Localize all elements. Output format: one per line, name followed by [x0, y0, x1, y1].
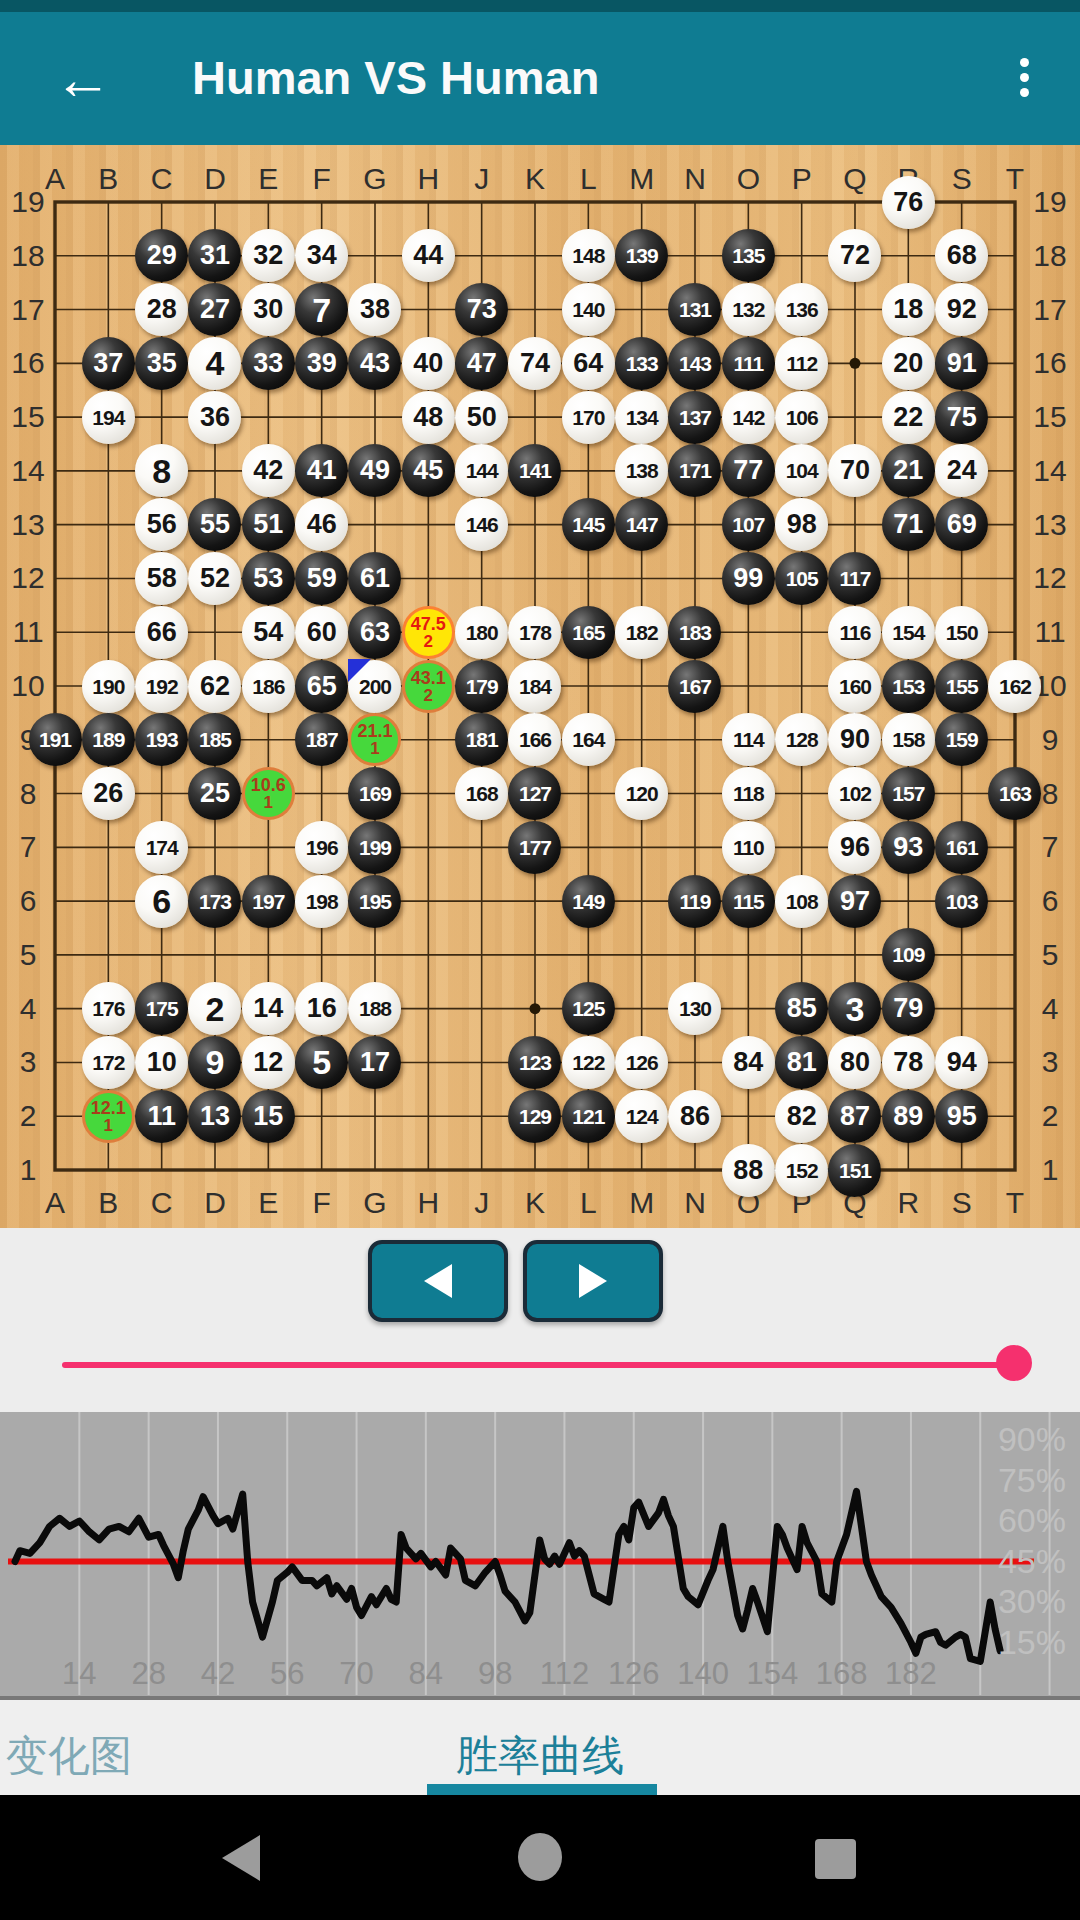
stone-O13: 107	[722, 498, 775, 551]
stone-G7: 199	[348, 821, 401, 874]
coord-label: 14	[1033, 454, 1066, 487]
coord-label: S	[952, 162, 972, 195]
x-tick-label: 56	[270, 1656, 304, 1691]
x-tick-label: 112	[540, 1656, 589, 1691]
coord-label: 6	[20, 884, 37, 917]
stone-N6: 119	[668, 875, 721, 928]
coord-label: 18	[11, 239, 44, 272]
coord-label: B	[98, 1186, 118, 1219]
coord-label: 5	[1042, 938, 1059, 971]
coord-label: 13	[11, 508, 44, 541]
next-move-button[interactable]	[523, 1240, 663, 1322]
stone-Q6: 97	[828, 875, 881, 928]
coord-label: 19	[11, 185, 44, 218]
stone-J16: 47	[455, 337, 508, 390]
stone-R17: 18	[882, 283, 935, 336]
stone-G11: 63	[348, 606, 401, 659]
stone-F17: 7	[295, 283, 348, 336]
coord-label: G	[363, 162, 386, 195]
stone-F12: 59	[295, 552, 348, 605]
coord-label: 7	[1042, 830, 1059, 863]
active-tab-indicator	[427, 1784, 657, 1795]
stone-H18: 44	[402, 229, 455, 282]
stone-T10: 162	[988, 660, 1041, 713]
app-screen: ← Human VS Human AA1919BB1818CC1717DD161…	[0, 0, 1080, 1920]
stone-O3: 84	[722, 1036, 775, 1089]
y-tick-label: 75%	[998, 1461, 1066, 1499]
nav-recents-icon[interactable]	[815, 1839, 856, 1879]
coord-label: H	[417, 162, 439, 195]
stone-C16: 35	[135, 337, 188, 390]
coord-label: N	[684, 162, 706, 195]
stone-H14: 45	[402, 444, 455, 497]
stone-O12: 99	[722, 552, 775, 605]
stone-O17: 132	[722, 283, 775, 336]
stone-E4: 14	[242, 982, 295, 1035]
stone-P12: 105	[775, 552, 828, 605]
stone-C12: 58	[135, 552, 188, 605]
stone-S16: 91	[935, 337, 988, 390]
stone-S10: 155	[935, 660, 988, 713]
stone-N10: 167	[668, 660, 721, 713]
x-tick-label: 28	[131, 1656, 165, 1691]
stone-E16: 33	[242, 337, 295, 390]
coord-label: 6	[1042, 884, 1059, 917]
stone-M11: 182	[615, 606, 668, 659]
coord-label: 2	[1042, 1099, 1059, 1132]
stone-L15: 170	[562, 391, 615, 444]
coord-label: Q	[843, 162, 866, 195]
coord-label: 7	[20, 830, 37, 863]
stone-R11: 154	[882, 606, 935, 659]
coord-label: 17	[11, 293, 44, 326]
stone-R4: 79	[882, 982, 935, 1035]
coord-label: E	[258, 1186, 278, 1219]
stone-F6: 198	[295, 875, 348, 928]
status-bar	[0, 0, 1080, 12]
stone-O6: 115	[722, 875, 775, 928]
analysis-mark-E8[interactable]: 10.61	[242, 767, 295, 820]
y-tick-label: 60%	[998, 1501, 1066, 1539]
coord-label: F	[313, 162, 331, 195]
stone-E17: 30	[242, 283, 295, 336]
stone-C2: 11	[135, 1090, 188, 1143]
stone-P4: 85	[775, 982, 828, 1035]
coord-label: 4	[1042, 992, 1059, 1025]
stone-S2: 95	[935, 1090, 988, 1143]
x-tick-label: 140	[677, 1656, 729, 1691]
stone-Q7: 96	[828, 821, 881, 874]
x-tick-label: 14	[62, 1656, 96, 1691]
stone-Q11: 116	[828, 606, 881, 659]
stone-M8: 120	[615, 767, 668, 820]
stone-G6: 195	[348, 875, 401, 928]
stone-L11: 165	[562, 606, 615, 659]
stone-O9: 114	[722, 713, 775, 766]
coord-label: 3	[20, 1045, 37, 1078]
coord-label: T	[1006, 1186, 1024, 1219]
stone-S17: 92	[935, 283, 988, 336]
stone-E18: 32	[242, 229, 295, 282]
stone-J13: 146	[455, 498, 508, 551]
stone-P2: 82	[775, 1090, 828, 1143]
stone-F3: 5	[295, 1036, 348, 1089]
stone-R16: 20	[882, 337, 935, 390]
y-tick-label: 90%	[998, 1420, 1066, 1458]
coord-label: 11	[1034, 615, 1065, 648]
stone-B10: 190	[82, 660, 135, 713]
coord-label: 10	[11, 669, 44, 702]
stone-B9: 189	[82, 713, 135, 766]
stone-J11: 180	[455, 606, 508, 659]
stone-R19: 76	[882, 176, 935, 229]
coord-label: B	[98, 162, 118, 195]
stone-F11: 60	[295, 606, 348, 659]
prev-move-button[interactable]	[368, 1240, 508, 1322]
coord-label: 1	[1042, 1153, 1059, 1186]
stone-F16: 39	[295, 337, 348, 390]
stone-J8: 168	[455, 767, 508, 820]
stone-B8: 26	[82, 767, 135, 820]
coord-label: 1	[20, 1153, 37, 1186]
stone-O16: 111	[722, 337, 775, 390]
star-point	[529, 1003, 540, 1014]
stone-M15: 134	[615, 391, 668, 444]
stone-E12: 53	[242, 552, 295, 605]
stone-C17: 28	[135, 283, 188, 336]
stone-R3: 78	[882, 1036, 935, 1089]
stone-L9: 164	[562, 713, 615, 766]
coord-label: C	[151, 1186, 173, 1219]
stone-L3: 122	[562, 1036, 615, 1089]
coord-label: L	[580, 162, 597, 195]
stone-C4: 175	[135, 982, 188, 1035]
stone-N16: 143	[668, 337, 721, 390]
stone-R10: 153	[882, 660, 935, 713]
stone-L13: 145	[562, 498, 615, 551]
stone-O14: 77	[722, 444, 775, 497]
y-tick-label: 30%	[998, 1582, 1066, 1620]
stone-K16: 74	[508, 337, 561, 390]
stone-E3: 12	[242, 1036, 295, 1089]
stone-S3: 94	[935, 1036, 988, 1089]
stone-J15: 50	[455, 391, 508, 444]
y-tick-label: 15%	[998, 1623, 1066, 1661]
stone-L18: 148	[562, 229, 615, 282]
stone-C13: 56	[135, 498, 188, 551]
stone-R14: 21	[882, 444, 935, 497]
stone-R2: 89	[882, 1090, 935, 1143]
coord-label: 14	[11, 454, 44, 487]
coord-label: K	[525, 162, 545, 195]
coord-label: T	[1006, 162, 1024, 195]
star-point	[849, 358, 860, 369]
stone-H15: 48	[402, 391, 455, 444]
left-triangle-icon	[424, 1264, 452, 1298]
stone-M16: 133	[615, 337, 668, 390]
stone-S15: 75	[935, 391, 988, 444]
x-tick-label: 42	[201, 1656, 235, 1691]
stone-C11: 66	[135, 606, 188, 659]
coord-label: M	[629, 1186, 654, 1219]
coord-label: F	[313, 1186, 331, 1219]
stone-B4: 176	[82, 982, 135, 1035]
coord-label: 16	[1033, 346, 1066, 379]
coord-label: 11	[12, 615, 43, 648]
stone-O15: 142	[722, 391, 775, 444]
stone-F7: 196	[295, 821, 348, 874]
stone-M2: 124	[615, 1090, 668, 1143]
winrate-chart: 1428425670849811212614015416818290%75%60…	[0, 1412, 1080, 1700]
stone-J17: 73	[455, 283, 508, 336]
android-nav-bar	[0, 1795, 1080, 1920]
coord-label: 17	[1033, 293, 1066, 326]
stone-M13: 147	[615, 498, 668, 551]
tab-winrate-curve[interactable]: 胜率曲线	[0, 1728, 1080, 1784]
coord-label: 3	[1042, 1045, 1059, 1078]
nav-back-icon[interactable]	[222, 1835, 260, 1881]
stone-G16: 43	[348, 337, 401, 390]
right-triangle-icon	[579, 1264, 607, 1298]
coord-label: K	[525, 1186, 545, 1219]
coord-label: 18	[1033, 239, 1066, 272]
analysis-mark-H10[interactable]: 43.12	[402, 660, 455, 713]
coord-label: R	[897, 1186, 919, 1219]
stone-R5: 109	[882, 928, 935, 981]
stone-O8: 118	[722, 767, 775, 820]
stone-N11: 183	[668, 606, 721, 659]
stone-P17: 136	[775, 283, 828, 336]
nav-home-icon[interactable]	[518, 1833, 562, 1881]
stone-O18: 135	[722, 229, 775, 282]
app-bar: ← Human VS Human	[0, 12, 1080, 145]
coord-label: J	[474, 162, 489, 195]
coord-label: A	[45, 1186, 65, 1219]
stone-E10: 186	[242, 660, 295, 713]
stone-O7: 110	[722, 821, 775, 874]
stone-M3: 126	[615, 1036, 668, 1089]
coord-label: G	[363, 1186, 386, 1219]
stone-B16: 37	[82, 337, 135, 390]
stone-E13: 51	[242, 498, 295, 551]
stone-P1: 152	[775, 1144, 828, 1197]
coord-label: D	[204, 162, 226, 195]
coord-label: A	[45, 162, 65, 195]
x-tick-label: 98	[478, 1656, 512, 1691]
coord-label: 8	[20, 777, 37, 810]
bottom-tabs: 变化图 胜率曲线	[0, 1700, 1080, 1795]
coord-label: 5	[20, 938, 37, 971]
stone-R13: 71	[882, 498, 935, 551]
stone-L2: 121	[562, 1090, 615, 1143]
coord-label: L	[580, 1186, 597, 1219]
stone-O1: 88	[722, 1144, 775, 1197]
coord-label: O	[737, 162, 760, 195]
stone-L4: 125	[562, 982, 615, 1035]
coord-label: D	[204, 1186, 226, 1219]
stone-L6: 149	[562, 875, 615, 928]
stone-L17: 140	[562, 283, 615, 336]
stone-F4: 16	[295, 982, 348, 1035]
coord-label: 12	[11, 561, 44, 594]
coord-label: 2	[20, 1099, 37, 1132]
stone-E14: 42	[242, 444, 295, 497]
stone-D6: 173	[188, 875, 241, 928]
coord-label: C	[151, 162, 173, 195]
stone-Q10: 160	[828, 660, 881, 713]
coord-label: 13	[1033, 508, 1066, 541]
stone-B3: 172	[82, 1036, 135, 1089]
x-tick-label: 126	[608, 1656, 660, 1691]
coord-label: 8	[1042, 777, 1059, 810]
stone-K11: 178	[508, 606, 561, 659]
stone-K7: 177	[508, 821, 561, 874]
stone-P13: 98	[775, 498, 828, 551]
analysis-mark-H11[interactable]: 47.52	[402, 606, 455, 659]
stone-K10: 184	[508, 660, 561, 713]
stone-S13: 69	[935, 498, 988, 551]
stone-N15: 137	[668, 391, 721, 444]
overflow-menu-icon[interactable]	[1012, 52, 1036, 116]
coord-label: S	[952, 1186, 972, 1219]
coord-label: 15	[11, 400, 44, 433]
stone-F10: 65	[295, 660, 348, 713]
back-arrow-icon[interactable]: ←	[48, 46, 118, 116]
coord-label: 16	[11, 346, 44, 379]
stone-R9: 158	[882, 713, 935, 766]
stone-L16: 64	[562, 337, 615, 390]
winrate-line	[15, 1491, 1000, 1661]
stone-B15: 194	[82, 391, 135, 444]
stone-R7: 93	[882, 821, 935, 874]
stone-C7: 174	[135, 821, 188, 874]
page-title: Human VS Human	[192, 50, 599, 105]
stone-C6: 6	[135, 875, 188, 928]
stone-F13: 46	[295, 498, 348, 551]
coord-label: 9	[1042, 723, 1059, 756]
stone-Q1: 151	[828, 1144, 881, 1197]
stone-C10: 192	[135, 660, 188, 713]
coord-label: M	[629, 162, 654, 195]
y-tick-label: 45%	[998, 1542, 1066, 1580]
move-slider-thumb[interactable]	[996, 1345, 1032, 1381]
coord-label: H	[417, 1186, 439, 1219]
stone-D16: 4	[188, 337, 241, 390]
stone-N2: 86	[668, 1090, 721, 1143]
x-tick-label: 168	[816, 1656, 868, 1691]
stone-H16: 40	[402, 337, 455, 390]
analysis-mark-B2[interactable]: 12.11	[82, 1090, 135, 1143]
stone-E11: 54	[242, 606, 295, 659]
stone-R15: 22	[882, 391, 935, 444]
stone-R8: 157	[882, 767, 935, 820]
stone-D15: 36	[188, 391, 241, 444]
stone-A9: 191	[29, 713, 82, 766]
coord-label: E	[258, 162, 278, 195]
x-tick-label: 154	[746, 1656, 798, 1691]
stone-E2: 15	[242, 1090, 295, 1143]
stone-P15: 106	[775, 391, 828, 444]
stone-P16: 112	[775, 337, 828, 390]
x-tick-label: 84	[409, 1656, 443, 1691]
last-move-marker-icon	[348, 659, 371, 682]
stone-S6: 103	[935, 875, 988, 928]
move-controls	[0, 1228, 1080, 1412]
coord-label: 12	[1033, 561, 1066, 594]
stone-D2: 13	[188, 1090, 241, 1143]
coord-label: N	[684, 1186, 706, 1219]
coord-label: J	[474, 1186, 489, 1219]
stone-J10: 179	[455, 660, 508, 713]
move-slider-track[interactable]	[62, 1362, 1012, 1368]
stone-C3: 10	[135, 1036, 188, 1089]
stone-S7: 161	[935, 821, 988, 874]
coord-label: 4	[20, 992, 37, 1025]
coord-label: P	[792, 162, 812, 195]
x-tick-label: 70	[339, 1656, 373, 1691]
coord-label: 19	[1033, 185, 1066, 218]
stone-S11: 150	[935, 606, 988, 659]
coord-label: 15	[1033, 400, 1066, 433]
go-board[interactable]: AA1919BB1818CC1717DD1616EE1515FF1414GG13…	[0, 145, 1080, 1228]
stone-D10: 62	[188, 660, 241, 713]
stone-E6: 197	[242, 875, 295, 928]
stone-Q2: 87	[828, 1090, 881, 1143]
stone-P3: 81	[775, 1036, 828, 1089]
stone-P6: 108	[775, 875, 828, 928]
stone-K2: 129	[508, 1090, 561, 1143]
x-tick-label: 182	[885, 1656, 937, 1691]
